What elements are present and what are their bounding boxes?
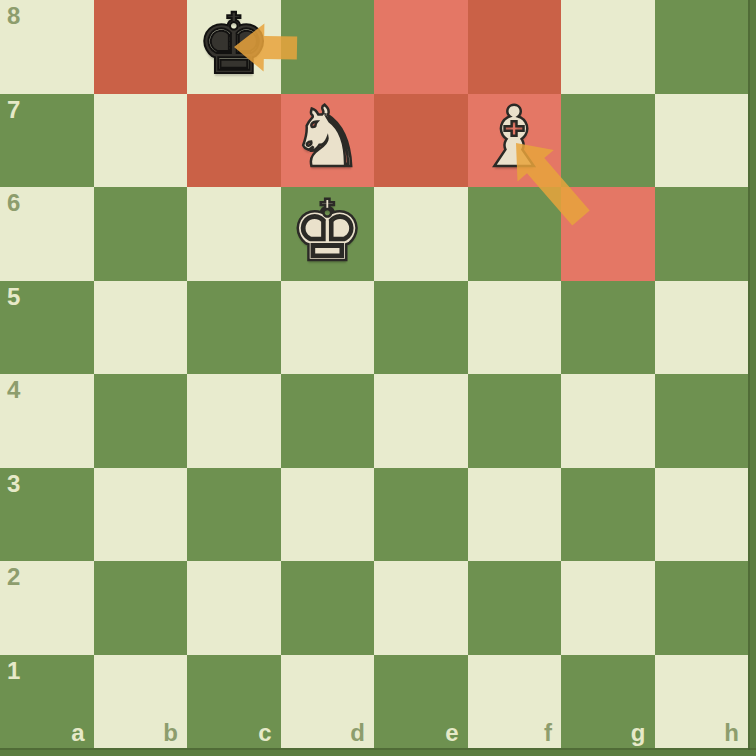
square-d8[interactable] (281, 0, 375, 94)
square-g1[interactable]: g (561, 655, 655, 749)
square-d3[interactable] (281, 468, 375, 562)
square-d6[interactable]: ♚ (281, 187, 375, 281)
file-label-h: h (724, 721, 739, 745)
square-a1[interactable]: 1a (0, 655, 94, 749)
square-g8[interactable] (561, 0, 655, 94)
square-e7[interactable] (374, 94, 468, 188)
square-g7[interactable] (561, 94, 655, 188)
file-label-e: e (445, 721, 458, 745)
rank-label-4: 4 (7, 378, 20, 402)
square-h5[interactable] (655, 281, 749, 375)
square-f2[interactable] (468, 561, 562, 655)
square-h8[interactable] (655, 0, 749, 94)
square-f1[interactable]: f (468, 655, 562, 749)
square-e8[interactable] (374, 0, 468, 94)
square-a8[interactable]: 8 (0, 0, 94, 94)
frame-edge-line (0, 748, 756, 750)
rank-label-1: 1 (7, 659, 20, 683)
square-f7[interactable]: ♝ (468, 94, 562, 188)
square-a2[interactable]: 2 (0, 561, 94, 655)
square-e1[interactable]: e (374, 655, 468, 749)
rank-label-3: 3 (7, 472, 20, 496)
file-label-b: b (163, 721, 178, 745)
square-c4[interactable] (187, 374, 281, 468)
rank-label-6: 6 (7, 191, 20, 215)
square-g6[interactable] (561, 187, 655, 281)
rank-label-8: 8 (7, 4, 20, 28)
square-a7[interactable]: 7 (0, 94, 94, 188)
square-h3[interactable] (655, 468, 749, 562)
square-a4[interactable]: 4 (0, 374, 94, 468)
board-squares: 8♚7♞♝6♚54321abcdefgh (0, 0, 748, 748)
square-a5[interactable]: 5 (0, 281, 94, 375)
file-label-c: c (258, 721, 271, 745)
square-b3[interactable] (94, 468, 188, 562)
rank-label-2: 2 (7, 565, 20, 589)
square-d2[interactable] (281, 561, 375, 655)
square-e6[interactable] (374, 187, 468, 281)
square-h1[interactable]: h (655, 655, 749, 749)
square-g3[interactable] (561, 468, 655, 562)
square-c1[interactable]: c (187, 655, 281, 749)
square-g2[interactable] (561, 561, 655, 655)
square-b1[interactable]: b (94, 655, 188, 749)
piece-white-knight[interactable]: ♞ (290, 95, 365, 179)
square-d7[interactable]: ♞ (281, 94, 375, 188)
square-e2[interactable] (374, 561, 468, 655)
square-d5[interactable] (281, 281, 375, 375)
square-b6[interactable] (94, 187, 188, 281)
square-f8[interactable] (468, 0, 562, 94)
piece-white-bishop[interactable]: ♝ (477, 95, 552, 179)
square-c8[interactable]: ♚ (187, 0, 281, 94)
square-h6[interactable] (655, 187, 749, 281)
piece-white-king[interactable]: ♚ (290, 189, 365, 273)
file-label-g: g (631, 721, 646, 745)
square-c3[interactable] (187, 468, 281, 562)
square-a3[interactable]: 3 (0, 468, 94, 562)
square-f5[interactable] (468, 281, 562, 375)
square-g4[interactable] (561, 374, 655, 468)
piece-black-king[interactable]: ♚ (196, 2, 271, 86)
rank-label-7: 7 (7, 98, 20, 122)
square-d4[interactable] (281, 374, 375, 468)
file-label-f: f (544, 721, 552, 745)
square-b5[interactable] (94, 281, 188, 375)
square-d1[interactable]: d (281, 655, 375, 749)
square-h4[interactable] (655, 374, 749, 468)
square-c7[interactable] (187, 94, 281, 188)
square-f6[interactable] (468, 187, 562, 281)
square-h2[interactable] (655, 561, 749, 655)
square-b4[interactable] (94, 374, 188, 468)
square-c5[interactable] (187, 281, 281, 375)
square-b7[interactable] (94, 94, 188, 188)
square-h7[interactable] (655, 94, 749, 188)
file-label-d: d (350, 721, 365, 745)
file-label-a: a (71, 721, 84, 745)
square-f4[interactable] (468, 374, 562, 468)
square-e4[interactable] (374, 374, 468, 468)
square-e5[interactable] (374, 281, 468, 375)
square-b2[interactable] (94, 561, 188, 655)
square-f3[interactable] (468, 468, 562, 562)
square-a6[interactable]: 6 (0, 187, 94, 281)
square-c2[interactable] (187, 561, 281, 655)
square-g5[interactable] (561, 281, 655, 375)
chess-board: 8♚7♞♝6♚54321abcdefgh (0, 0, 756, 756)
square-e3[interactable] (374, 468, 468, 562)
frame-edge-line (748, 0, 750, 750)
rank-label-5: 5 (7, 285, 20, 309)
square-c6[interactable] (187, 187, 281, 281)
square-b8[interactable] (94, 0, 188, 94)
